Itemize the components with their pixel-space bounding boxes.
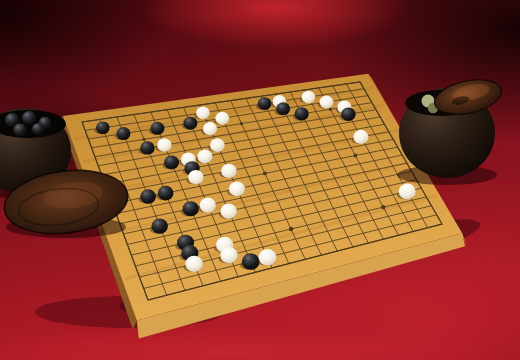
black-stone[interactable]	[140, 189, 156, 204]
white-stone[interactable]	[229, 181, 245, 196]
white-stone[interactable]	[203, 122, 217, 135]
white-stone[interactable]	[399, 184, 416, 200]
white-stone[interactable]	[220, 247, 237, 263]
white-stone[interactable]	[353, 130, 368, 144]
white-stone[interactable]	[196, 106, 210, 119]
hoshi-point	[142, 138, 145, 141]
white-stone[interactable]	[200, 198, 216, 213]
black-stone[interactable]	[164, 155, 179, 169]
bowl-stone	[13, 123, 26, 136]
black-stone[interactable]	[158, 186, 174, 201]
hoshi-point	[289, 227, 293, 231]
black-stone[interactable]	[116, 127, 130, 140]
white-stone[interactable]	[319, 96, 333, 109]
hoshi-point	[353, 154, 357, 158]
bowl-stone	[32, 123, 44, 135]
go-board-photo	[0, 0, 520, 360]
hoshi-point	[240, 122, 243, 125]
black-stone[interactable]	[151, 218, 167, 233]
black-stone[interactable]	[258, 97, 272, 110]
white-stone[interactable]	[188, 170, 203, 184]
black-stone[interactable]	[183, 117, 197, 130]
black-stone[interactable]	[140, 141, 154, 154]
white-stone[interactable]	[157, 138, 171, 151]
white-stone[interactable]	[302, 91, 316, 104]
white-stone[interactable]	[220, 203, 236, 218]
black-stone[interactable]	[96, 121, 110, 134]
black-stone[interactable]	[242, 253, 260, 270]
white-stone[interactable]	[197, 150, 212, 164]
black-stone[interactable]	[341, 108, 355, 121]
white-stone[interactable]	[185, 256, 202, 272]
white-stone-bowl[interactable]	[397, 74, 505, 185]
hoshi-point	[381, 205, 385, 209]
hoshi-point	[263, 172, 267, 176]
black-stone[interactable]	[150, 122, 164, 135]
bowl-stone	[22, 111, 36, 125]
black-stone[interactable]	[183, 201, 199, 216]
black-stone[interactable]	[295, 107, 309, 120]
white-stone[interactable]	[215, 112, 229, 125]
table-scene	[0, 0, 520, 360]
white-stone[interactable]	[259, 249, 277, 266]
white-stone[interactable]	[221, 164, 236, 178]
white-stone[interactable]	[210, 138, 225, 152]
black-stone[interactable]	[276, 102, 290, 115]
hoshi-point	[329, 108, 332, 111]
